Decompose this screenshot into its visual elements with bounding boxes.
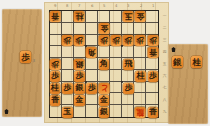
board-square[interactable] — [122, 93, 134, 105]
shogi-piece[interactable]: 香 — [50, 95, 61, 106]
shogi-piece[interactable]: 桂 — [74, 11, 85, 22]
board-square[interactable] — [146, 58, 158, 70]
board-square[interactable] — [86, 23, 98, 35]
shogi-piece[interactable]: 玉 — [123, 11, 134, 22]
board-square[interactable] — [134, 58, 146, 70]
rank-label: 二 — [162, 24, 168, 31]
shogi-piece[interactable]: 歩 — [135, 35, 146, 46]
shogi-piece[interactable]: 香 — [148, 47, 159, 58]
file-label: 7 — [76, 3, 84, 7]
shogi-piece[interactable]: 飛 — [123, 59, 134, 70]
board-square[interactable] — [62, 11, 74, 23]
board-square[interactable] — [122, 105, 134, 117]
board-square[interactable] — [146, 11, 158, 23]
board-square[interactable] — [110, 93, 122, 105]
board-square[interactable] — [98, 11, 110, 23]
board-square[interactable] — [86, 70, 98, 82]
board-square[interactable] — [62, 93, 74, 105]
rank-label: 六 — [162, 72, 168, 79]
board-square[interactable] — [110, 105, 122, 117]
shogi-piece[interactable]: 金 — [99, 23, 110, 34]
board-square[interactable] — [146, 82, 158, 94]
hoshi-dot — [85, 45, 87, 47]
shogi-piece[interactable]: 歩 — [62, 83, 73, 94]
shogi-piece[interactable]: 角 — [86, 47, 97, 58]
board-square[interactable] — [98, 70, 110, 82]
shogi-piece[interactable]: 歩 — [111, 35, 122, 46]
board-square[interactable] — [50, 46, 62, 58]
shogi-piece[interactable]: 歩 — [99, 35, 110, 46]
board-square[interactable] — [122, 70, 134, 82]
board-square[interactable] — [134, 82, 146, 94]
shogi-app: 歩3 987654321 一二三四五六七八九 香桂玉金金歩歩歩歩歩歩歩角香歩銀角… — [0, 0, 210, 126]
board-square[interactable] — [110, 23, 122, 35]
hand-sente: 銀桂 — [172, 56, 202, 68]
shogi-piece[interactable]: 歩 — [62, 35, 73, 46]
shogi-piece[interactable]: 歩 — [50, 71, 61, 82]
shogi-piece[interactable]: 角 — [99, 59, 110, 70]
board-square[interactable] — [74, 46, 86, 58]
board-square[interactable] — [146, 93, 158, 105]
file-label: 3 — [125, 3, 133, 7]
board-square[interactable] — [110, 58, 122, 70]
file-label: 8 — [64, 3, 72, 7]
rank-label: 一 — [162, 12, 168, 19]
board-square[interactable] — [122, 46, 134, 58]
hand-gote: 歩3 — [20, 51, 31, 63]
gote-player-icon — [4, 109, 9, 114]
rank-label: 八 — [162, 96, 168, 103]
board-square[interactable] — [110, 70, 122, 82]
shogi-piece[interactable]: 歩 — [74, 71, 85, 82]
file-label: 1 — [149, 3, 157, 7]
board-square[interactable] — [50, 23, 62, 35]
shogi-piece[interactable]: と — [99, 83, 110, 94]
board-square[interactable] — [86, 35, 98, 47]
shogi-board: 987654321 一二三四五六七八九 香桂玉金金歩歩歩歩歩歩歩角香歩銀角飛歩歩… — [44, 2, 169, 123]
rank-label: 五 — [162, 60, 168, 67]
file-label: 9 — [51, 3, 59, 7]
shogi-piece[interactable]: 香 — [148, 107, 159, 118]
board-square[interactable] — [50, 105, 62, 117]
board-square[interactable] — [62, 23, 74, 35]
sente-player-icon — [171, 47, 176, 52]
board-square[interactable] — [98, 46, 110, 58]
gote-hand-stand: 歩3 — [2, 9, 42, 117]
shogi-piece[interactable]: 金 — [135, 11, 146, 22]
board-square[interactable] — [62, 46, 74, 58]
file-label: 5 — [100, 3, 108, 7]
shogi-piece[interactable]: 歩 — [50, 59, 61, 70]
shogi-piece[interactable]: 龍 — [135, 107, 146, 118]
hand-piece[interactable]: 銀 — [172, 56, 183, 68]
shogi-piece[interactable]: 歩 — [123, 83, 134, 94]
board-square[interactable] — [86, 105, 98, 117]
board-square[interactable] — [110, 82, 122, 94]
sente-hand-stand: 銀桂 — [168, 44, 208, 124]
shogi-piece[interactable]: 銀 — [74, 83, 85, 94]
board-square[interactable] — [122, 23, 134, 35]
rank-label: 九 — [162, 108, 168, 115]
board-square[interactable] — [86, 11, 98, 23]
shogi-piece[interactable]: 金 — [99, 95, 110, 106]
shogi-piece[interactable]: 歩 — [86, 83, 97, 94]
shogi-piece[interactable]: 銀 — [99, 107, 110, 118]
board-square[interactable] — [110, 46, 122, 58]
shogi-piece[interactable]: 玉 — [62, 107, 73, 118]
shogi-piece[interactable]: 銀 — [74, 59, 85, 70]
board-square[interactable] — [74, 23, 86, 35]
hoshi-dot — [85, 81, 87, 83]
board-square[interactable] — [134, 93, 146, 105]
board-square[interactable] — [74, 105, 86, 117]
shogi-piece[interactable]: 歩 — [148, 71, 159, 82]
board-square[interactable] — [110, 11, 122, 23]
shogi-piece[interactable]: 歩 — [123, 35, 134, 46]
shogi-piece[interactable]: 香 — [50, 11, 61, 22]
board-square[interactable] — [146, 23, 158, 35]
hand-piece-count: 3 — [33, 58, 36, 65]
board-square[interactable] — [134, 23, 146, 35]
rank-label: 三 — [162, 36, 168, 43]
hand-piece[interactable]: 歩3 — [20, 51, 31, 63]
file-label: 4 — [112, 3, 120, 7]
file-label: 2 — [137, 3, 145, 7]
shogi-piece[interactable]: 桂 — [135, 71, 146, 82]
board-square[interactable] — [86, 93, 98, 105]
shogi-piece[interactable]: 金 — [74, 95, 85, 106]
board-square[interactable] — [62, 58, 74, 70]
hand-piece[interactable]: 桂 — [191, 56, 202, 68]
shogi-piece[interactable]: 歩 — [148, 35, 159, 46]
file-label: 6 — [88, 3, 96, 7]
shogi-piece[interactable]: 桂 — [50, 83, 61, 94]
rank-label: 七 — [162, 84, 168, 91]
rank-label: 四 — [162, 48, 168, 55]
shogi-piece[interactable]: 歩 — [74, 35, 85, 46]
board-square[interactable] — [50, 35, 62, 47]
board-square[interactable] — [62, 70, 74, 82]
board-square[interactable] — [134, 46, 146, 58]
board-square[interactable] — [86, 58, 98, 70]
file-labels: 987654321 — [49, 2, 159, 9]
